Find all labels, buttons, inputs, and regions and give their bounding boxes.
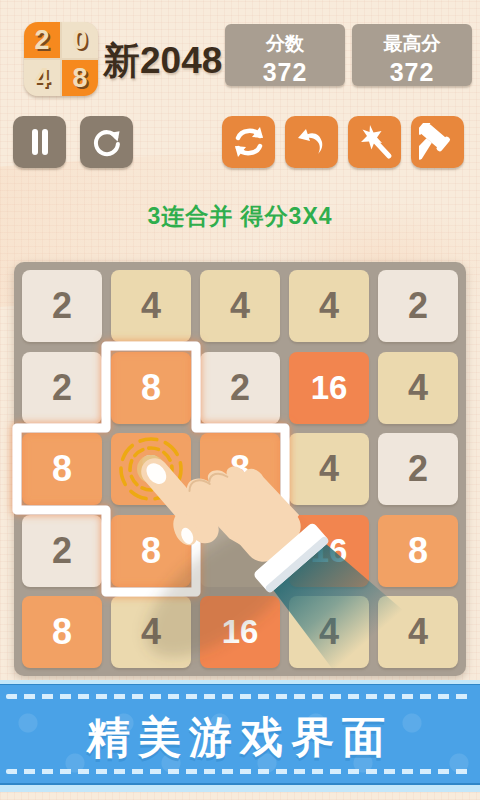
undo-button[interactable] <box>285 116 338 168</box>
tile-r5c5-value-4[interactable]: 4 <box>378 596 458 668</box>
magic-wand-button[interactable] <box>348 116 401 168</box>
score-label: 分数 <box>225 31 345 57</box>
tile-r5c3-value-16[interactable]: 16 <box>200 596 280 668</box>
score-value: 372 <box>225 58 345 87</box>
tile-r3c4-value-4[interactable]: 4 <box>289 433 369 505</box>
tile-r3c1-value-8[interactable]: 8 <box>22 433 102 505</box>
tile-r4c1-value-2[interactable]: 2 <box>22 515 102 587</box>
app-logo-2048: 2 0 4 8 <box>24 22 98 96</box>
restart-button[interactable] <box>80 116 133 168</box>
hammer-icon <box>419 123 457 161</box>
swap-icon <box>230 123 268 161</box>
restart-icon <box>89 124 125 160</box>
tile-r1c2-value-4[interactable]: 4 <box>111 270 191 342</box>
page-title: 新2048 <box>103 36 223 86</box>
pause-icon <box>25 127 55 157</box>
hammer-button[interactable] <box>411 116 464 168</box>
score-box: 分数 372 <box>225 24 345 86</box>
tile-r5c1-value-8[interactable]: 8 <box>22 596 102 668</box>
logo-quadrant: 2 <box>24 22 60 58</box>
logo-quadrant: 0 <box>62 22 98 58</box>
tile-r2c5-value-4[interactable]: 4 <box>378 352 458 424</box>
tile-r5c2-value-4[interactable]: 4 <box>111 596 191 668</box>
tile-r2c4-value-16[interactable]: 16 <box>289 352 369 424</box>
tile-r1c3-value-4[interactable]: 4 <box>200 270 280 342</box>
tile-r5c4-value-4[interactable]: 4 <box>289 596 369 668</box>
tile-r3c5-value-2[interactable]: 2 <box>378 433 458 505</box>
combo-message: 3连合并 得分3X4 <box>0 201 480 232</box>
tile-r1c4-value-4[interactable]: 4 <box>289 270 369 342</box>
tile-r4c2-value-8[interactable]: 8 <box>111 515 191 587</box>
tile-r1c1-value-2[interactable]: 2 <box>22 270 102 342</box>
swap-tiles-button[interactable] <box>222 116 275 168</box>
best-score-box: 最高分 372 <box>352 24 472 86</box>
tile-r2c2-value-8[interactable]: 8 <box>111 352 191 424</box>
logo-quadrant: 8 <box>62 60 98 96</box>
game-board[interactable]: 244422821648884228168841644 <box>14 262 466 676</box>
tile-slot-r4c3[interactable] <box>200 515 280 587</box>
tile-r3c3-value-8[interactable]: 8 <box>200 433 280 505</box>
tile-r2c1-value-2[interactable]: 2 <box>22 352 102 424</box>
pause-button[interactable] <box>13 116 66 168</box>
magic-wand-icon <box>356 123 394 161</box>
tile-r2c3-value-2[interactable]: 2 <box>200 352 280 424</box>
tile-r1c5-value-2[interactable]: 2 <box>378 270 458 342</box>
tile-r4c5-value-8[interactable]: 8 <box>378 515 458 587</box>
logo-quadrant: 4 <box>24 60 60 96</box>
banner-dashed-line <box>6 769 474 774</box>
undo-icon <box>294 124 330 160</box>
banner-caption: 精美游戏界面 <box>0 709 480 767</box>
tile-r4c4-value-16[interactable]: 16 <box>289 515 369 587</box>
footer-banner: 精美游戏界面 <box>0 680 480 792</box>
best-score-label: 最高分 <box>352 31 472 57</box>
best-score-value: 372 <box>352 58 472 87</box>
tile-r3c2-value-8[interactable]: 8 <box>111 433 191 505</box>
footer-banner-inner: 精美游戏界面 <box>0 684 480 785</box>
banner-dashed-line <box>6 694 474 699</box>
